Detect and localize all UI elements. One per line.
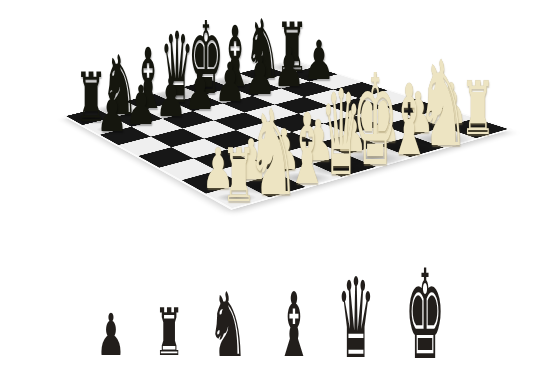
product-photo-canvas: ♜♞♝♛♚♝♞♜♟♟♟♟♟♟♟♟♟♟♟♟♟♟♟♟♜♞♝♛♚♝♞♜ ♟ ♜ ♞ ♝…: [0, 0, 550, 372]
silhouette-rook-icon: ♜: [154, 300, 183, 365]
silhouette-knight-icon: ♞: [208, 281, 248, 370]
silhouette-king-icon: ♚: [405, 253, 445, 372]
silhouette-bishop-icon: ♝: [276, 281, 312, 370]
piece-size-chart: ♟ ♜ ♞ ♝ ♛ ♚: [0, 0, 550, 372]
silhouette-pawn-icon: ♟: [97, 306, 126, 364]
silhouette-queen-icon: ♛: [337, 263, 375, 372]
